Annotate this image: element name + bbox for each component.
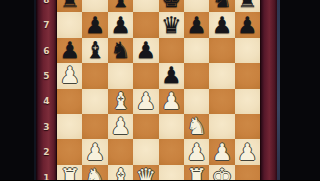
square-e4[interactable]: ♟ xyxy=(159,89,184,114)
square-b1[interactable]: ♞ xyxy=(82,165,107,180)
square-b3[interactable] xyxy=(82,114,107,139)
black-knight-piece: ♞ xyxy=(209,0,234,12)
black-rook-piece: ♜ xyxy=(235,0,260,12)
square-e3[interactable] xyxy=(159,114,184,139)
white-pawn-piece: ♟ xyxy=(235,139,260,164)
square-e5[interactable]: ♟ xyxy=(159,63,184,88)
square-d3[interactable] xyxy=(133,114,158,139)
chess-board: ♜♝♚♞♜♟♟♛♟♟♟♟♝♞♟♟♟♝♟♟♟♞♟♟♟♟♜♞♝♛♜♚ xyxy=(57,0,260,180)
square-g5[interactable] xyxy=(209,63,234,88)
square-a5[interactable]: ♟ xyxy=(57,63,82,88)
black-pawn-piece: ♟ xyxy=(108,12,133,37)
square-a2[interactable] xyxy=(57,139,82,164)
rank-label-6: 6 xyxy=(36,46,57,56)
square-h7[interactable]: ♟ xyxy=(235,12,260,37)
square-c6[interactable]: ♞ xyxy=(108,38,133,63)
square-a6[interactable]: ♟ xyxy=(57,38,82,63)
square-b8[interactable] xyxy=(82,0,107,12)
board-frame-right xyxy=(260,0,277,180)
white-pawn-piece: ♟ xyxy=(133,89,158,114)
rank-label-4: 4 xyxy=(36,96,57,106)
square-h5[interactable] xyxy=(235,63,260,88)
square-g3[interactable] xyxy=(209,114,234,139)
square-f1[interactable]: ♜ xyxy=(184,165,209,180)
white-queen-piece: ♛ xyxy=(133,165,158,180)
square-c8[interactable]: ♝ xyxy=(108,0,133,12)
square-h6[interactable] xyxy=(235,38,260,63)
white-bishop-piece: ♝ xyxy=(108,165,133,180)
square-c2[interactable] xyxy=(108,139,133,164)
square-d2[interactable] xyxy=(133,139,158,164)
square-e7[interactable]: ♛ xyxy=(159,12,184,37)
square-d1[interactable]: ♛ xyxy=(133,165,158,180)
square-b4[interactable] xyxy=(82,89,107,114)
square-g7[interactable]: ♟ xyxy=(209,12,234,37)
black-bishop-piece: ♝ xyxy=(108,0,133,12)
white-pawn-piece: ♟ xyxy=(159,89,184,114)
white-pawn-piece: ♟ xyxy=(184,139,209,164)
square-f5[interactable] xyxy=(184,63,209,88)
white-pawn-piece: ♟ xyxy=(209,139,234,164)
black-pawn-piece: ♟ xyxy=(159,63,184,88)
rank-label-2: 2 xyxy=(36,147,57,157)
square-f4[interactable] xyxy=(184,89,209,114)
square-d5[interactable] xyxy=(133,63,158,88)
square-h2[interactable]: ♟ xyxy=(235,139,260,164)
rank-label-8: 8 xyxy=(36,0,57,5)
square-d6[interactable]: ♟ xyxy=(133,38,158,63)
white-bishop-piece: ♝ xyxy=(108,89,133,114)
square-c3[interactable]: ♟ xyxy=(108,114,133,139)
square-e1[interactable] xyxy=(159,165,184,180)
white-king-piece: ♚ xyxy=(209,165,234,180)
square-e2[interactable] xyxy=(159,139,184,164)
rank-label-5: 5 xyxy=(36,71,57,81)
square-c7[interactable]: ♟ xyxy=(108,12,133,37)
square-d4[interactable]: ♟ xyxy=(133,89,158,114)
square-c5[interactable] xyxy=(108,63,133,88)
white-pawn-piece: ♟ xyxy=(108,114,133,139)
square-f7[interactable]: ♟ xyxy=(184,12,209,37)
square-h3[interactable] xyxy=(235,114,260,139)
square-a8[interactable]: ♜ xyxy=(57,0,82,12)
square-b6[interactable]: ♝ xyxy=(82,38,107,63)
square-a3[interactable] xyxy=(57,114,82,139)
rank-label-3: 3 xyxy=(36,122,57,132)
square-e6[interactable] xyxy=(159,38,184,63)
white-knight-piece: ♞ xyxy=(82,165,107,180)
black-pawn-piece: ♟ xyxy=(209,12,234,37)
square-a1[interactable]: ♜ xyxy=(57,165,82,180)
rank-label-1: 1 xyxy=(36,173,57,181)
black-pawn-piece: ♟ xyxy=(57,38,82,63)
chess-video-frame: 87654321 ♜♝♚♞♜♟♟♛♟♟♟♟♝♞♟♟♟♝♟♟♟♞♟♟♟♟♜♞♝♛♜… xyxy=(0,0,320,180)
square-d7[interactable] xyxy=(133,12,158,37)
square-h4[interactable] xyxy=(235,89,260,114)
black-pawn-piece: ♟ xyxy=(133,38,158,63)
square-a4[interactable] xyxy=(57,89,82,114)
square-f6[interactable] xyxy=(184,38,209,63)
square-f2[interactable]: ♟ xyxy=(184,139,209,164)
square-d8[interactable] xyxy=(133,0,158,12)
square-h1[interactable] xyxy=(235,165,260,180)
square-b2[interactable]: ♟ xyxy=(82,139,107,164)
white-pawn-piece: ♟ xyxy=(57,63,82,88)
black-queen-piece: ♛ xyxy=(159,12,184,37)
black-king-piece: ♚ xyxy=(159,0,184,12)
square-h8[interactable]: ♜ xyxy=(235,0,260,12)
square-a7[interactable] xyxy=(57,12,82,37)
square-g1[interactable]: ♚ xyxy=(209,165,234,180)
black-pawn-piece: ♟ xyxy=(82,12,107,37)
rank-label-7: 7 xyxy=(36,20,57,30)
square-c1[interactable]: ♝ xyxy=(108,165,133,180)
square-g4[interactable] xyxy=(209,89,234,114)
black-bishop-piece: ♝ xyxy=(82,38,107,63)
board-frame-left: 87654321 xyxy=(36,0,57,180)
square-c4[interactable]: ♝ xyxy=(108,89,133,114)
white-knight-piece: ♞ xyxy=(184,114,209,139)
square-g2[interactable]: ♟ xyxy=(209,139,234,164)
square-g8[interactable]: ♞ xyxy=(209,0,234,12)
black-rook-piece: ♜ xyxy=(57,0,82,12)
square-g6[interactable] xyxy=(209,38,234,63)
black-pawn-piece: ♟ xyxy=(235,12,260,37)
black-pawn-piece: ♟ xyxy=(184,12,209,37)
white-rook-piece: ♜ xyxy=(57,165,82,180)
white-pawn-piece: ♟ xyxy=(82,139,107,164)
square-f8[interactable] xyxy=(184,0,209,12)
square-f3[interactable]: ♞ xyxy=(184,114,209,139)
right-edge-accent-strip xyxy=(277,0,280,180)
square-e8[interactable]: ♚ xyxy=(159,0,184,12)
white-rook-piece: ♜ xyxy=(184,165,209,180)
square-b7[interactable]: ♟ xyxy=(82,12,107,37)
square-b5[interactable] xyxy=(82,63,107,88)
black-knight-piece: ♞ xyxy=(108,38,133,63)
